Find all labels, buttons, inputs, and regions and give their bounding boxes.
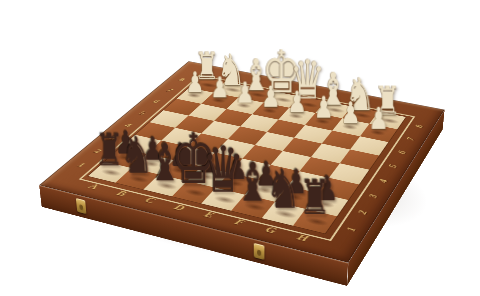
black-rook-icon: ♜ bbox=[276, 108, 355, 221]
brass-latch-2 bbox=[254, 243, 265, 260]
brass-latch-1 bbox=[76, 198, 87, 214]
black-rook-h1[interactable]: ♜ bbox=[293, 209, 337, 234]
photo-canvas: ABCDEFGH1122334455667788 ♜♞♝♚♛♝♞♜♟♟♟♟♟♟♟… bbox=[0, 0, 480, 296]
